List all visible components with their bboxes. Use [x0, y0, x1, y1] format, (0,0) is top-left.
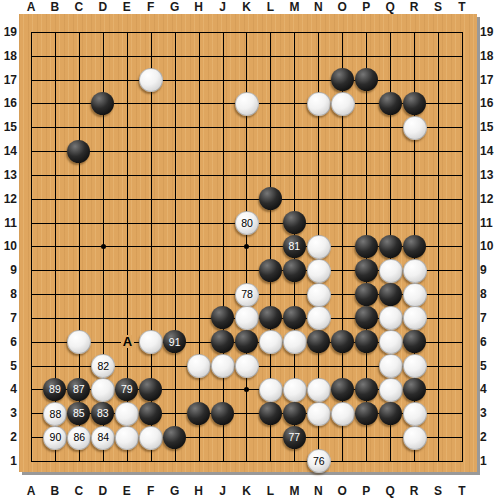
- coordinate-label-top: P: [357, 0, 375, 14]
- stone-white-K16[interactable]: [235, 92, 259, 116]
- coordinate-label-right: 9: [480, 263, 497, 277]
- coordinate-label-bottom: J: [214, 484, 232, 498]
- stone-black-R6[interactable]: [403, 330, 426, 353]
- stone-black-O6[interactable]: [331, 330, 354, 353]
- move-number-label: 88: [50, 409, 62, 420]
- coordinate-label-right: 13: [480, 168, 497, 182]
- coordinate-label-top: T: [453, 0, 471, 14]
- stone-white-K11[interactable]: 80: [235, 211, 259, 235]
- coordinate-label-top: A: [22, 0, 40, 14]
- stone-black-C14[interactable]: [67, 140, 90, 163]
- stone-black-R4[interactable]: [403, 378, 426, 401]
- coordinate-label-right: 12: [480, 192, 497, 206]
- coordinate-label-left: 9: [0, 263, 17, 277]
- coordinate-label-top: N: [309, 0, 327, 14]
- coordinate-label-top: K: [237, 0, 255, 14]
- stone-white-O16[interactable]: [331, 92, 355, 116]
- stone-black-H3[interactable]: [187, 402, 210, 425]
- coordinate-label-top: S: [429, 0, 447, 14]
- stone-black-G2[interactable]: [163, 426, 186, 449]
- coordinate-label-bottom: T: [453, 484, 471, 498]
- stone-white-R5[interactable]: [403, 354, 427, 378]
- coordinate-label-left: 3: [0, 406, 17, 420]
- stone-black-M2[interactable]: 77: [283, 426, 306, 449]
- stone-white-R8[interactable]: [403, 283, 427, 307]
- stone-black-R16[interactable]: [403, 92, 426, 115]
- stone-black-N6[interactable]: [307, 330, 330, 353]
- stone-black-L3[interactable]: [259, 402, 282, 425]
- grid-line-horizontal: [31, 461, 463, 462]
- stone-white-R3[interactable]: [403, 402, 427, 426]
- coordinate-label-bottom: B: [46, 484, 64, 498]
- stone-white-N10[interactable]: [307, 235, 331, 259]
- move-number-label: 85: [73, 408, 85, 419]
- coordinate-label-right: 18: [480, 49, 497, 63]
- stone-white-K8[interactable]: 78: [235, 283, 259, 307]
- coordinate-label-bottom: E: [118, 484, 136, 498]
- stone-white-F2[interactable]: [139, 426, 163, 450]
- coordinate-label-top: D: [94, 0, 112, 14]
- coordinate-label-right: 8: [480, 287, 497, 301]
- coordinate-label-bottom: Q: [381, 484, 399, 498]
- stone-white-N16[interactable]: [307, 92, 331, 116]
- coordinate-label-left: 17: [0, 73, 17, 87]
- stone-black-D3[interactable]: 83: [91, 402, 114, 425]
- coordinate-label-right: 4: [480, 382, 497, 396]
- stone-black-P6[interactable]: [355, 330, 378, 353]
- stone-white-N9[interactable]: [307, 259, 331, 283]
- coordinate-label-bottom: C: [70, 484, 88, 498]
- coordinate-label-left: 5: [0, 359, 17, 373]
- coordinate-label-right: 3: [480, 406, 497, 420]
- coordinate-label-right: 10: [480, 239, 497, 253]
- stone-black-F3[interactable]: [139, 402, 162, 425]
- grid-line-vertical: [438, 32, 439, 462]
- coordinate-label-bottom: O: [333, 484, 351, 498]
- coordinate-label-left: 1: [0, 454, 17, 468]
- coordinate-label-right: 16: [480, 96, 497, 110]
- stone-white-N4[interactable]: [307, 378, 331, 402]
- stone-white-E3[interactable]: [115, 402, 139, 426]
- stone-white-Q9[interactable]: [379, 259, 403, 283]
- move-number-label: 91: [169, 337, 181, 348]
- coordinate-label-right: 14: [480, 144, 497, 158]
- stone-black-M3[interactable]: [283, 402, 306, 425]
- stone-black-M9[interactable]: [283, 259, 306, 282]
- coordinate-label-right: 5: [480, 359, 497, 373]
- stone-black-L9[interactable]: [259, 259, 282, 282]
- grid-line-vertical: [462, 32, 463, 462]
- coordinate-label-top: E: [118, 0, 136, 14]
- stone-white-R15[interactable]: [403, 116, 427, 140]
- stone-black-J3[interactable]: [211, 402, 234, 425]
- stone-white-R2[interactable]: [403, 426, 427, 450]
- stone-white-D2[interactable]: 84: [91, 426, 115, 450]
- stone-white-Q5[interactable]: [379, 354, 403, 378]
- coordinate-label-bottom: D: [94, 484, 112, 498]
- move-number-label: 86: [74, 432, 86, 443]
- stone-black-M11[interactable]: [283, 211, 306, 234]
- move-number-label: 76: [313, 456, 325, 467]
- coordinate-label-bottom: M: [285, 484, 303, 498]
- coordinate-label-right: 11: [480, 216, 497, 230]
- stone-white-E2[interactable]: [115, 426, 139, 450]
- coordinate-label-left: 16: [0, 96, 17, 110]
- coordinate-label-top: B: [46, 0, 64, 14]
- stone-black-O17[interactable]: [331, 68, 354, 91]
- coordinate-label-right: 2: [480, 430, 497, 444]
- coordinate-label-right: 6: [480, 335, 497, 349]
- stone-white-R9[interactable]: [403, 259, 427, 283]
- stone-white-Q6[interactable]: [379, 330, 403, 354]
- stone-black-R10[interactable]: [403, 235, 426, 258]
- coordinate-label-left: 8: [0, 287, 17, 301]
- coordinate-label-top: L: [261, 0, 279, 14]
- coordinate-label-top: C: [70, 0, 88, 14]
- coordinate-label-bottom: R: [405, 484, 423, 498]
- coordinate-label-top: M: [285, 0, 303, 14]
- coordinate-label-bottom: N: [309, 484, 327, 498]
- coordinate-label-right: 7: [480, 311, 497, 325]
- stone-black-Q10[interactable]: [379, 235, 402, 258]
- move-number-label: 77: [289, 432, 301, 443]
- move-number-label: 90: [50, 432, 62, 443]
- coordinate-label-left: 19: [0, 25, 17, 39]
- coordinate-label-bottom: L: [261, 484, 279, 498]
- coordinate-label-left: 10: [0, 239, 17, 253]
- coordinate-label-left: 4: [0, 382, 17, 396]
- coordinate-label-top: J: [214, 0, 232, 14]
- coordinate-label-left: 18: [0, 49, 17, 63]
- stone-black-P3[interactable]: [355, 402, 378, 425]
- coordinate-label-top: Q: [381, 0, 399, 14]
- coordinate-label-left: 2: [0, 430, 17, 444]
- coordinate-label-top: R: [405, 0, 423, 14]
- stone-black-Q3[interactable]: [379, 402, 402, 425]
- stone-white-K5[interactable]: [235, 354, 259, 378]
- stone-white-N3[interactable]: [307, 402, 331, 426]
- move-number-label: 80: [241, 218, 253, 229]
- coordinate-label-left: 6: [0, 335, 17, 349]
- stone-black-Q8[interactable]: [379, 283, 402, 306]
- stone-black-O4[interactable]: [331, 378, 354, 401]
- stone-black-P17[interactable]: [355, 68, 378, 91]
- move-number-label: 78: [241, 289, 253, 300]
- coordinate-label-left: 13: [0, 168, 17, 182]
- move-number-label: 87: [73, 384, 85, 395]
- coordinate-label-top: F: [142, 0, 160, 14]
- stone-black-P9[interactable]: [355, 259, 378, 282]
- coordinate-label-left: 7: [0, 311, 17, 325]
- stone-black-P10[interactable]: [355, 235, 378, 258]
- coordinate-label-bottom: A: [22, 484, 40, 498]
- coordinate-label-left: 12: [0, 192, 17, 206]
- coordinate-label-right: 15: [480, 120, 497, 134]
- move-number-label: 84: [97, 432, 109, 443]
- coordinate-label-top: H: [190, 0, 208, 14]
- coordinate-label-left: 14: [0, 144, 17, 158]
- coordinate-label-right: 19: [480, 25, 497, 39]
- coordinate-label-bottom: G: [166, 484, 184, 498]
- stone-white-C2[interactable]: 86: [67, 426, 91, 450]
- coordinate-label-right: 17: [480, 73, 497, 87]
- coordinate-label-bottom: P: [357, 484, 375, 498]
- coordinate-label-right: 1: [480, 454, 497, 468]
- stone-black-Q16[interactable]: [379, 92, 402, 115]
- coordinate-label-top: G: [166, 0, 184, 14]
- move-number-label: 81: [289, 241, 301, 252]
- coordinate-label-top: O: [333, 0, 351, 14]
- stone-black-P8[interactable]: [355, 283, 378, 306]
- stone-white-L4[interactable]: [259, 378, 283, 402]
- coordinate-label-bottom: H: [190, 484, 208, 498]
- stone-white-R7[interactable]: [403, 306, 427, 330]
- coordinate-label-left: 15: [0, 120, 17, 134]
- annotation-A-E6: A: [121, 335, 134, 348]
- coordinate-label-bottom: F: [142, 484, 160, 498]
- stone-white-N8[interactable]: [307, 283, 331, 307]
- stone-white-O3[interactable]: [331, 402, 355, 426]
- stone-black-P4[interactable]: [355, 378, 378, 401]
- move-number-label: 89: [49, 384, 61, 395]
- stone-black-M10[interactable]: 81: [283, 235, 306, 258]
- move-number-label: 79: [121, 384, 133, 395]
- stone-white-Q7[interactable]: [379, 306, 403, 330]
- move-number-label: 82: [97, 361, 109, 372]
- stone-white-M4[interactable]: [283, 378, 307, 402]
- move-number-label: 83: [97, 408, 109, 419]
- go-board-diagram: AABBCCDDEEFFGGHHJJKKLLMMNNOOPPQQRRSSTT19…: [0, 0, 500, 500]
- stone-white-B2[interactable]: 90: [43, 426, 67, 450]
- coordinate-label-left: 11: [0, 216, 17, 230]
- stone-white-Q4[interactable]: [379, 378, 403, 402]
- coordinate-label-bottom: S: [429, 484, 447, 498]
- coordinate-label-bottom: K: [237, 484, 255, 498]
